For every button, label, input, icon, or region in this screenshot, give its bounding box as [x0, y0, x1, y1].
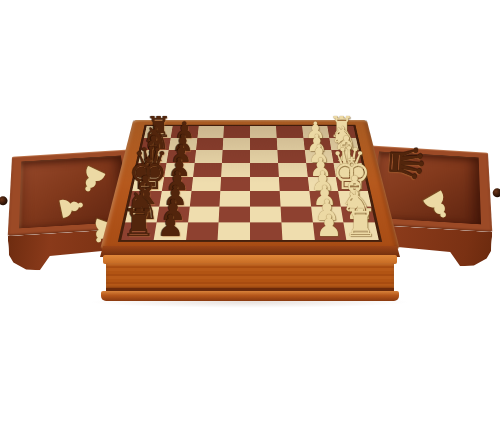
board-square-d5[interactable]: [221, 163, 250, 177]
board-square-c4[interactable]: [250, 150, 278, 163]
board-square-h4[interactable]: [250, 223, 282, 240]
drawer-left-knob-icon[interactable]: [0, 196, 8, 206]
loose-piece-black-queen[interactable]: ♛: [382, 141, 430, 185]
board-square-e4[interactable]: [250, 177, 279, 191]
board-square-c5[interactable]: [222, 150, 250, 163]
board-square-a4[interactable]: [250, 126, 276, 138]
board-square-g4[interactable]: [250, 206, 281, 222]
board-square-h5[interactable]: [218, 223, 250, 240]
drawer-right-knob-icon[interactable]: [492, 188, 500, 198]
board-square-g3[interactable]: [280, 206, 312, 222]
piece-white-pawn[interactable]: ♟: [316, 211, 343, 241]
board-square-e3[interactable]: [279, 177, 309, 191]
board-square-h6[interactable]: [186, 223, 219, 240]
board-square-h3[interactable]: [281, 223, 314, 240]
board-square-g6[interactable]: [188, 206, 220, 222]
board-square-f4[interactable]: [250, 191, 280, 206]
piece-white-rook[interactable]: ♜: [344, 204, 378, 242]
chess-set-scene: Wooden chess set box with inlaid maple a…: [0, 0, 500, 434]
board-square-e5[interactable]: [221, 177, 250, 191]
board-square-f3[interactable]: [279, 191, 310, 206]
board-square-b5[interactable]: [223, 138, 250, 150]
board-square-a5[interactable]: [224, 126, 250, 138]
piece-black-rook[interactable]: ♜: [122, 204, 156, 242]
board-square-d3[interactable]: [278, 163, 307, 177]
board-square-c6[interactable]: [194, 150, 223, 163]
plinth-foot-molding: [101, 291, 399, 301]
board-square-c3[interactable]: [277, 150, 306, 163]
board-square-g5[interactable]: [219, 206, 250, 222]
piece-black-pawn[interactable]: ♟: [157, 211, 184, 241]
board-square-a6[interactable]: [197, 126, 224, 138]
board-square-f6[interactable]: [189, 191, 220, 206]
board-square-f5[interactable]: [220, 191, 250, 206]
board-square-d6[interactable]: [193, 163, 222, 177]
board-square-b3[interactable]: [276, 138, 304, 150]
board-square-a3[interactable]: [276, 126, 303, 138]
board-square-b6[interactable]: [196, 138, 224, 150]
board-square-b4[interactable]: [250, 138, 277, 150]
plinth-front-face: [106, 263, 394, 289]
board-square-d4[interactable]: [250, 163, 279, 177]
board-square-e6[interactable]: [191, 177, 221, 191]
